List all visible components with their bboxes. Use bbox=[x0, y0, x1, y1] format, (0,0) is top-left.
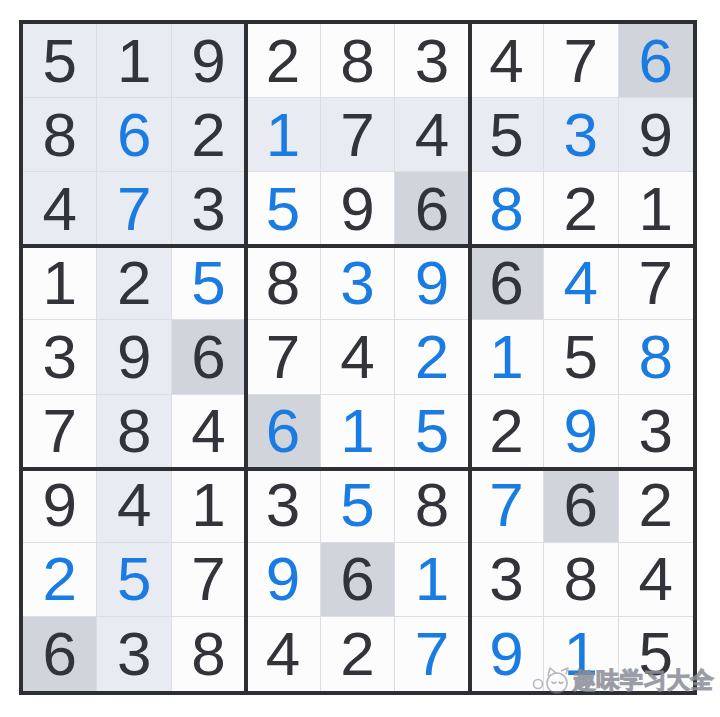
cell-r5c3[interactable]: 6 bbox=[172, 320, 246, 394]
cell-r3c7[interactable]: 8 bbox=[470, 172, 544, 246]
cell-r8c3[interactable]: 7 bbox=[172, 543, 246, 617]
cell-r5c1[interactable]: 3 bbox=[23, 320, 97, 394]
cell-r3c5[interactable]: 9 bbox=[321, 172, 395, 246]
cell-r4c2[interactable]: 2 bbox=[97, 246, 171, 320]
cell-r2c4[interactable]: 1 bbox=[246, 98, 320, 172]
cell-r7c8[interactable]: 6 bbox=[544, 469, 618, 543]
cell-r1c4[interactable]: 2 bbox=[246, 24, 320, 98]
cell-r5c4[interactable]: 7 bbox=[246, 320, 320, 394]
cell-r2c8[interactable]: 3 bbox=[544, 98, 618, 172]
cell-r7c9[interactable]: 2 bbox=[619, 469, 693, 543]
cell-r9c4[interactable]: 4 bbox=[246, 617, 320, 691]
cell-r4c7[interactable]: 6 bbox=[470, 246, 544, 320]
cell-r9c5[interactable]: 2 bbox=[321, 617, 395, 691]
cell-r6c7[interactable]: 2 bbox=[470, 395, 544, 469]
cell-r5c6[interactable]: 2 bbox=[395, 320, 469, 394]
cell-r6c8[interactable]: 9 bbox=[544, 395, 618, 469]
cell-r1c2[interactable]: 1 bbox=[97, 24, 171, 98]
cell-r1c7[interactable]: 4 bbox=[470, 24, 544, 98]
cell-r5c2[interactable]: 9 bbox=[97, 320, 171, 394]
cell-r2c6[interactable]: 4 bbox=[395, 98, 469, 172]
cell-r3c4[interactable]: 5 bbox=[246, 172, 320, 246]
cell-r2c7[interactable]: 5 bbox=[470, 98, 544, 172]
cell-r5c7[interactable]: 1 bbox=[470, 320, 544, 394]
cell-r7c2[interactable]: 4 bbox=[97, 469, 171, 543]
cell-r7c5[interactable]: 5 bbox=[321, 469, 395, 543]
cell-r9c6[interactable]: 7 bbox=[395, 617, 469, 691]
cell-r7c3[interactable]: 1 bbox=[172, 469, 246, 543]
cell-r9c3[interactable]: 8 bbox=[172, 617, 246, 691]
cell-r8c8[interactable]: 8 bbox=[544, 543, 618, 617]
cell-r3c1[interactable]: 4 bbox=[23, 172, 97, 246]
cell-r1c1[interactable]: 5 bbox=[23, 24, 97, 98]
cell-r9c9[interactable]: 5 bbox=[619, 617, 693, 691]
box-divider-vertical-2 bbox=[468, 24, 472, 691]
cell-r2c5[interactable]: 7 bbox=[321, 98, 395, 172]
cell-r3c6[interactable]: 6 bbox=[395, 172, 469, 246]
cell-r7c7[interactable]: 7 bbox=[470, 469, 544, 543]
cell-r8c4[interactable]: 9 bbox=[246, 543, 320, 617]
cell-r6c1[interactable]: 7 bbox=[23, 395, 97, 469]
cell-r7c1[interactable]: 9 bbox=[23, 469, 97, 543]
box-divider-vertical-1 bbox=[244, 24, 248, 691]
sudoku-app-page: 5192834768621745394735968211258396473967… bbox=[0, 0, 720, 717]
cell-r9c2[interactable]: 3 bbox=[97, 617, 171, 691]
cell-r8c9[interactable]: 4 bbox=[619, 543, 693, 617]
cell-r1c5[interactable]: 8 bbox=[321, 24, 395, 98]
cell-r7c6[interactable]: 8 bbox=[395, 469, 469, 543]
cell-r6c9[interactable]: 3 bbox=[619, 395, 693, 469]
sudoku-board: 5192834768621745394735968211258396473967… bbox=[19, 20, 697, 695]
cell-r9c7[interactable]: 9 bbox=[470, 617, 544, 691]
cell-r8c1[interactable]: 2 bbox=[23, 543, 97, 617]
cell-r2c9[interactable]: 9 bbox=[619, 98, 693, 172]
cell-r6c3[interactable]: 4 bbox=[172, 395, 246, 469]
cell-r4c3[interactable]: 5 bbox=[172, 246, 246, 320]
cell-r8c2[interactable]: 5 bbox=[97, 543, 171, 617]
cell-r4c8[interactable]: 4 bbox=[544, 246, 618, 320]
cell-r2c2[interactable]: 6 bbox=[97, 98, 171, 172]
box-divider-horizontal-2 bbox=[23, 467, 693, 471]
cell-r5c8[interactable]: 5 bbox=[544, 320, 618, 394]
cell-r3c8[interactable]: 2 bbox=[544, 172, 618, 246]
cell-r2c1[interactable]: 8 bbox=[23, 98, 97, 172]
cell-r8c6[interactable]: 1 bbox=[395, 543, 469, 617]
cell-r3c2[interactable]: 7 bbox=[97, 172, 171, 246]
cell-r1c3[interactable]: 9 bbox=[172, 24, 246, 98]
cell-r5c5[interactable]: 4 bbox=[321, 320, 395, 394]
cell-r6c6[interactable]: 5 bbox=[395, 395, 469, 469]
cell-r9c8[interactable]: 1 bbox=[544, 617, 618, 691]
cell-r1c9[interactable]: 6 bbox=[619, 24, 693, 98]
cell-r4c6[interactable]: 9 bbox=[395, 246, 469, 320]
cell-r4c4[interactable]: 8 bbox=[246, 246, 320, 320]
cell-r4c5[interactable]: 3 bbox=[321, 246, 395, 320]
cell-r9c1[interactable]: 6 bbox=[23, 617, 97, 691]
cell-r1c8[interactable]: 7 bbox=[544, 24, 618, 98]
cell-r6c4[interactable]: 6 bbox=[246, 395, 320, 469]
cell-r6c2[interactable]: 8 bbox=[97, 395, 171, 469]
cell-r6c5[interactable]: 1 bbox=[321, 395, 395, 469]
cell-r4c1[interactable]: 1 bbox=[23, 246, 97, 320]
cell-r2c3[interactable]: 2 bbox=[172, 98, 246, 172]
cell-r5c9[interactable]: 8 bbox=[619, 320, 693, 394]
box-divider-horizontal-1 bbox=[23, 244, 693, 248]
cell-r3c3[interactable]: 3 bbox=[172, 172, 246, 246]
cell-r8c5[interactable]: 6 bbox=[321, 543, 395, 617]
cell-r7c4[interactable]: 3 bbox=[246, 469, 320, 543]
cell-r8c7[interactable]: 3 bbox=[470, 543, 544, 617]
cell-r1c6[interactable]: 3 bbox=[395, 24, 469, 98]
cell-r3c9[interactable]: 1 bbox=[619, 172, 693, 246]
cell-r4c9[interactable]: 7 bbox=[619, 246, 693, 320]
